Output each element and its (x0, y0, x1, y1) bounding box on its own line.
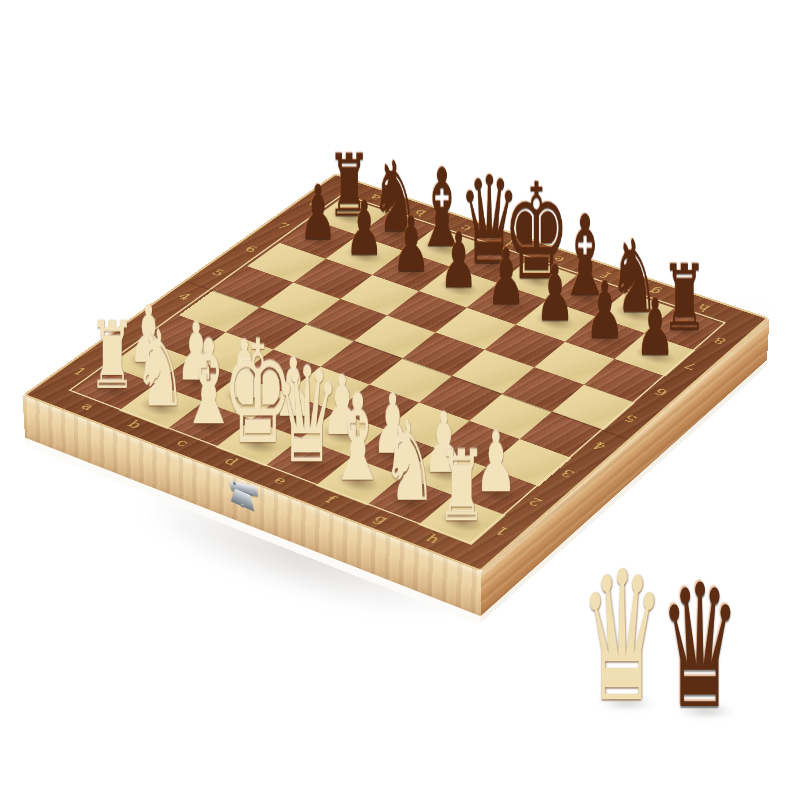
piece-white-rook-h1: ♜ (437, 437, 486, 535)
piece-white-rook-a1: ♜ (89, 309, 136, 402)
square-h1: ♜ (419, 496, 506, 545)
piece-black-pawn-h7: ♟ (635, 287, 675, 366)
piece-black-pawn-g7: ♟ (585, 271, 625, 350)
piece-white-knight-g1: ♞ (382, 408, 437, 517)
piece-black-pawn-a7: ♟ (299, 175, 337, 250)
folding-chess-box: 87654321 87654321 abcdefgh abcdefgh ♜♞♝♛… (22, 173, 769, 572)
spare-dark-queen: ♛ (660, 562, 741, 733)
spare-white-queen: ♛ (580, 548, 665, 727)
product-photo-stage: 87654321 87654321 abcdefgh abcdefgh ♜♞♝♛… (0, 0, 800, 800)
chess-board: 87654321 87654321 abcdefgh abcdefgh ♜♞♝♛… (22, 173, 769, 572)
piece-black-pawn-e7: ♟ (487, 238, 526, 315)
piece-black-pawn-d7: ♟ (439, 222, 478, 299)
piece-white-bishop-f1: ♝ (328, 379, 388, 498)
piece-black-pawn-c7: ♟ (392, 206, 430, 282)
piece-black-pawn-b7: ♟ (345, 190, 383, 266)
piece-black-pawn-f7: ♟ (535, 254, 574, 332)
